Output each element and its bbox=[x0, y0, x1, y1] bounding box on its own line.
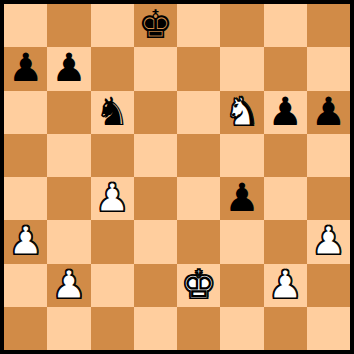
piece-black-king[interactable]: ♚ bbox=[138, 5, 173, 44]
square-c1[interactable] bbox=[91, 307, 134, 350]
square-a8[interactable] bbox=[4, 4, 47, 47]
square-g1[interactable] bbox=[264, 307, 307, 350]
square-c2[interactable] bbox=[91, 264, 134, 307]
square-b5[interactable] bbox=[47, 134, 90, 177]
square-e6[interactable] bbox=[177, 91, 220, 134]
square-e8[interactable] bbox=[177, 4, 220, 47]
square-a2[interactable] bbox=[4, 264, 47, 307]
square-d3[interactable] bbox=[134, 220, 177, 263]
square-h3[interactable]: ♟ bbox=[307, 220, 350, 263]
square-f6[interactable]: ♞ bbox=[220, 91, 263, 134]
piece-white-king[interactable]: ♚ bbox=[181, 265, 216, 304]
square-g3[interactable] bbox=[264, 220, 307, 263]
square-e3[interactable] bbox=[177, 220, 220, 263]
square-c3[interactable] bbox=[91, 220, 134, 263]
square-e1[interactable] bbox=[177, 307, 220, 350]
square-g5[interactable] bbox=[264, 134, 307, 177]
square-f3[interactable] bbox=[220, 220, 263, 263]
square-d7[interactable] bbox=[134, 47, 177, 90]
square-a5[interactable] bbox=[4, 134, 47, 177]
piece-white-pawn[interactable]: ♟ bbox=[95, 178, 130, 217]
square-f1[interactable] bbox=[220, 307, 263, 350]
square-f7[interactable] bbox=[220, 47, 263, 90]
square-c5[interactable] bbox=[91, 134, 134, 177]
square-h4[interactable] bbox=[307, 177, 350, 220]
square-g8[interactable] bbox=[264, 4, 307, 47]
square-a1[interactable] bbox=[4, 307, 47, 350]
square-a3[interactable]: ♟ bbox=[4, 220, 47, 263]
piece-white-pawn[interactable]: ♟ bbox=[8, 221, 43, 260]
square-e4[interactable] bbox=[177, 177, 220, 220]
square-g6[interactable]: ♟ bbox=[264, 91, 307, 134]
square-b4[interactable] bbox=[47, 177, 90, 220]
piece-white-pawn[interactable]: ♟ bbox=[311, 221, 346, 260]
square-c8[interactable] bbox=[91, 4, 134, 47]
square-c4[interactable]: ♟ bbox=[91, 177, 134, 220]
square-h5[interactable] bbox=[307, 134, 350, 177]
square-h6[interactable]: ♟ bbox=[307, 91, 350, 134]
square-d1[interactable] bbox=[134, 307, 177, 350]
square-g7[interactable] bbox=[264, 47, 307, 90]
piece-black-knight[interactable]: ♞ bbox=[95, 92, 130, 131]
square-f4[interactable]: ♟ bbox=[220, 177, 263, 220]
square-d5[interactable] bbox=[134, 134, 177, 177]
square-b3[interactable] bbox=[47, 220, 90, 263]
square-b8[interactable] bbox=[47, 4, 90, 47]
square-a7[interactable]: ♟ bbox=[4, 47, 47, 90]
square-g2[interactable]: ♟ bbox=[264, 264, 307, 307]
square-f8[interactable] bbox=[220, 4, 263, 47]
square-c7[interactable] bbox=[91, 47, 134, 90]
piece-black-pawn[interactable]: ♟ bbox=[8, 48, 43, 87]
square-h7[interactable] bbox=[307, 47, 350, 90]
piece-white-knight[interactable]: ♞ bbox=[224, 92, 259, 131]
chess-board-frame: ♚♟♟♞♞♟♟♟♟♟♟♟♚♟ bbox=[0, 0, 354, 354]
square-h2[interactable] bbox=[307, 264, 350, 307]
piece-black-pawn[interactable]: ♟ bbox=[311, 92, 346, 131]
square-f5[interactable] bbox=[220, 134, 263, 177]
square-f2[interactable] bbox=[220, 264, 263, 307]
square-g4[interactable] bbox=[264, 177, 307, 220]
square-d4[interactable] bbox=[134, 177, 177, 220]
square-a6[interactable] bbox=[4, 91, 47, 134]
square-a4[interactable] bbox=[4, 177, 47, 220]
square-b2[interactable]: ♟ bbox=[47, 264, 90, 307]
square-e7[interactable] bbox=[177, 47, 220, 90]
square-b1[interactable] bbox=[47, 307, 90, 350]
square-h1[interactable] bbox=[307, 307, 350, 350]
square-d8[interactable]: ♚ bbox=[134, 4, 177, 47]
piece-black-pawn[interactable]: ♟ bbox=[224, 178, 259, 217]
piece-black-pawn[interactable]: ♟ bbox=[268, 92, 303, 131]
chess-board: ♚♟♟♞♞♟♟♟♟♟♟♟♚♟ bbox=[4, 4, 350, 350]
square-b6[interactable] bbox=[47, 91, 90, 134]
square-h8[interactable] bbox=[307, 4, 350, 47]
square-e2[interactable]: ♚ bbox=[177, 264, 220, 307]
square-d2[interactable] bbox=[134, 264, 177, 307]
square-e5[interactable] bbox=[177, 134, 220, 177]
piece-white-pawn[interactable]: ♟ bbox=[51, 265, 86, 304]
square-d6[interactable] bbox=[134, 91, 177, 134]
piece-white-pawn[interactable]: ♟ bbox=[268, 265, 303, 304]
square-b7[interactable]: ♟ bbox=[47, 47, 90, 90]
piece-black-pawn[interactable]: ♟ bbox=[51, 48, 86, 87]
square-c6[interactable]: ♞ bbox=[91, 91, 134, 134]
